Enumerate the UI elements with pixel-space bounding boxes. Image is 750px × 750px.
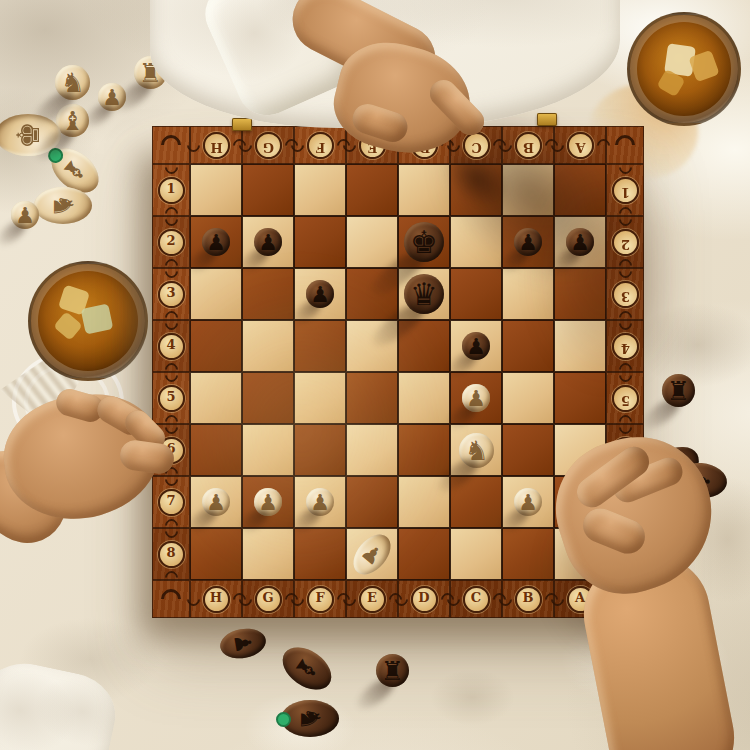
black-pawn-glyph: ♟	[310, 282, 330, 307]
coordinate-medallion: C	[463, 586, 490, 613]
table-piece-white-pawn-7[interactable]: ♟	[11, 201, 39, 229]
white-knight-glyph: ♞	[60, 67, 84, 98]
piece-white-knight-c6[interactable]: ♞	[459, 433, 494, 468]
white-knight-glyph: ♞	[464, 435, 488, 466]
square-a1[interactable]	[554, 164, 606, 216]
piece-white-pawn-h7[interactable]: ♟	[202, 488, 230, 516]
green-felt-base	[276, 712, 291, 727]
piece-black-pawn-a2[interactable]: ♟	[566, 228, 594, 256]
rank-label-left-3: 3	[152, 268, 190, 320]
square-h1[interactable]	[190, 164, 242, 216]
piece-black-pawn-c4[interactable]: ♟	[462, 332, 490, 360]
piece-black-pawn-g2[interactable]: ♟	[254, 228, 282, 256]
square-h3[interactable]	[190, 268, 242, 320]
file-label-top-g: G	[242, 126, 294, 164]
file-label-bottom-d: D	[398, 580, 450, 618]
square-h8[interactable]	[190, 528, 242, 580]
rank-label-left-1: 1	[152, 164, 190, 216]
square-h4[interactable]	[190, 320, 242, 372]
piece-white-pawn-g7[interactable]: ♟	[254, 488, 282, 516]
square-d1[interactable]	[398, 164, 450, 216]
rank-label-right-5: 5	[606, 372, 644, 424]
square-d6[interactable]	[398, 424, 450, 476]
white-pawn-glyph: ♟	[206, 490, 226, 515]
coordinate-medallion: G	[255, 132, 282, 159]
rank-label-left-2: 2	[152, 216, 190, 268]
white-pawn-glyph: ♟	[258, 490, 278, 515]
square-c8[interactable]	[450, 528, 502, 580]
black-queen-glyph: ♛	[410, 276, 438, 312]
corner-ornament	[152, 580, 190, 618]
square-e6[interactable]	[346, 424, 398, 476]
table-piece-black-rook-14[interactable]: ♜	[376, 654, 409, 687]
rank-label-right-3: 3	[606, 268, 644, 320]
file-label-bottom-h: H	[190, 580, 242, 618]
coordinate-medallion: E	[359, 586, 386, 613]
square-f1[interactable]	[294, 164, 346, 216]
coordinate-medallion: 7	[158, 489, 185, 516]
file-label-bottom-f: F	[294, 580, 346, 618]
coordinate-medallion: G	[255, 586, 282, 613]
square-b6[interactable]	[502, 424, 554, 476]
coordinate-medallion: H	[203, 586, 230, 613]
rank-label-left-5: 5	[152, 372, 190, 424]
square-e5[interactable]	[346, 372, 398, 424]
coordinate-medallion: B	[515, 132, 542, 159]
white-pawn-glyph: ♟	[518, 490, 538, 515]
square-f2[interactable]	[294, 216, 346, 268]
square-d8[interactable]	[398, 528, 450, 580]
white-pawn-glyph: ♟	[310, 490, 330, 515]
corner-ornament	[606, 126, 644, 164]
square-a5[interactable]	[554, 372, 606, 424]
file-label-top-b: B	[502, 126, 554, 164]
coordinate-medallion: 3	[158, 281, 185, 308]
square-c1[interactable]	[450, 164, 502, 216]
square-f4[interactable]	[294, 320, 346, 372]
square-f6[interactable]	[294, 424, 346, 476]
corner-ornament	[152, 126, 190, 164]
coordinate-medallion: D	[411, 586, 438, 613]
coordinate-medallion: 3	[612, 281, 639, 308]
rank-label-right-2: 2	[606, 216, 644, 268]
table-piece-white-pawn-2[interactable]: ♟	[98, 83, 126, 111]
black-king-glyph: ♚	[410, 224, 438, 260]
table-piece-white-knight-0[interactable]: ♞	[55, 65, 90, 100]
square-h5[interactable]	[190, 372, 242, 424]
square-c3[interactable]	[450, 268, 502, 320]
file-label-bottom-b: B	[502, 580, 554, 618]
black-pawn-glyph: ♟	[258, 230, 278, 255]
ice-cube	[53, 311, 83, 340]
square-g4[interactable]	[242, 320, 294, 372]
black-pawn-glyph: ♟	[518, 230, 538, 255]
square-c2[interactable]	[450, 216, 502, 268]
square-f5[interactable]	[294, 372, 346, 424]
square-e7[interactable]	[346, 476, 398, 528]
black-pawn-glyph: ♟	[466, 334, 486, 359]
ice-cube	[81, 303, 114, 334]
square-b3[interactable]	[502, 268, 554, 320]
black-pawn-glyph: ♟	[206, 230, 226, 255]
white-bishop-glyph: ♝	[61, 106, 84, 136]
file-label-top-a: A	[554, 126, 606, 164]
piece-white-pawn-f7[interactable]: ♟	[306, 488, 334, 516]
square-g6[interactable]	[242, 424, 294, 476]
coordinate-medallion: H	[203, 132, 230, 159]
rank-label-left-4: 4	[152, 320, 190, 372]
rank-label-right-4: 4	[606, 320, 644, 372]
white-knight-glyph: ♞	[48, 193, 79, 217]
file-label-bottom-e: E	[346, 580, 398, 618]
brass-hinge-right	[537, 113, 557, 126]
square-e2[interactable]	[346, 216, 398, 268]
piece-black-pawn-b2[interactable]: ♟	[514, 228, 542, 256]
file-label-top-h: H	[190, 126, 242, 164]
rank-label-left-8: 8	[152, 528, 190, 580]
white-pawn-glyph: ♟	[102, 85, 122, 110]
black-knight-glyph: ♞	[295, 706, 326, 730]
black-bishop-glyph: ♝	[288, 650, 326, 686]
square-a4[interactable]	[554, 320, 606, 372]
coordinate-medallion: 2	[158, 229, 185, 256]
coordinate-medallion: A	[567, 132, 594, 159]
coordinate-medallion: 4	[158, 333, 185, 360]
coordinate-medallion: F	[307, 132, 334, 159]
square-d5[interactable]	[398, 372, 450, 424]
scroll-ornament	[611, 131, 639, 159]
coordinate-medallion: F	[307, 586, 334, 613]
whiskey-glass-left	[28, 261, 148, 381]
black-pawn-glyph: ♟	[570, 230, 590, 255]
coordinate-medallion: 4	[612, 333, 639, 360]
black-pawn-glyph: ♟	[229, 632, 257, 656]
file-label-bottom-c: C	[450, 580, 502, 618]
square-f8[interactable]	[294, 528, 346, 580]
table-piece-black-bishop-12[interactable]: ♝	[275, 639, 339, 699]
coordinate-medallion: 5	[612, 385, 639, 412]
piece-white-pawn-b7[interactable]: ♟	[514, 488, 542, 516]
square-b4[interactable]	[502, 320, 554, 372]
file-label-top-f: F	[294, 126, 346, 164]
square-a3[interactable]	[554, 268, 606, 320]
coordinate-medallion: 1	[158, 177, 185, 204]
square-g8[interactable]	[242, 528, 294, 580]
table-piece-white-knight-6[interactable]: ♞	[34, 187, 92, 224]
white-pawn-glyph: ♟	[466, 386, 486, 411]
square-h6[interactable]	[190, 424, 242, 476]
rank-label-left-7: 7	[152, 476, 190, 528]
square-g5[interactable]	[242, 372, 294, 424]
square-b1[interactable]	[502, 164, 554, 216]
black-rook-glyph: ♜	[381, 656, 404, 686]
square-g1[interactable]	[242, 164, 294, 216]
coordinate-medallion: 2	[612, 229, 639, 256]
square-g3[interactable]	[242, 268, 294, 320]
piece-black-king-d2[interactable]: ♚	[404, 222, 444, 262]
coordinate-medallion: 8	[158, 541, 185, 568]
chess-scene: HGFEDCBAHGFEDCBA1234567812345678 ♟♟♚♟♟♟♛…	[0, 0, 750, 750]
table-piece-black-rook-8[interactable]: ♜	[662, 374, 695, 407]
file-label-bottom-g: G	[242, 580, 294, 618]
coordinate-medallion: 1	[612, 177, 639, 204]
square-b5[interactable]	[502, 372, 554, 424]
brass-hinge-left	[232, 118, 252, 131]
piece-black-pawn-f3[interactable]: ♟	[306, 280, 334, 308]
table-piece-black-knight-13[interactable]: ♞	[281, 700, 339, 737]
square-e1[interactable]	[346, 164, 398, 216]
whiskey-glass-right	[627, 12, 741, 126]
coordinate-medallion: B	[515, 586, 542, 613]
piece-white-pawn-c5[interactable]: ♟	[462, 384, 490, 412]
bottom-left-sleeve	[0, 655, 123, 750]
square-b8[interactable]	[502, 528, 554, 580]
white-pawn-glyph: ♟	[15, 203, 35, 228]
rank-label-right-1: 1	[606, 164, 644, 216]
scroll-ornament	[157, 585, 185, 613]
table-piece-black-pawn-11[interactable]: ♟	[218, 625, 268, 662]
scroll-ornament	[157, 131, 185, 159]
coordinate-medallion: 5	[158, 385, 185, 412]
piece-black-queen-d3[interactable]: ♛	[404, 274, 444, 314]
black-rook-glyph: ♜	[667, 376, 690, 406]
table-piece-white-bishop-3[interactable]: ♝	[56, 104, 89, 137]
coordinate-medallion: C	[463, 132, 490, 159]
piece-black-pawn-h2[interactable]: ♟	[202, 228, 230, 256]
